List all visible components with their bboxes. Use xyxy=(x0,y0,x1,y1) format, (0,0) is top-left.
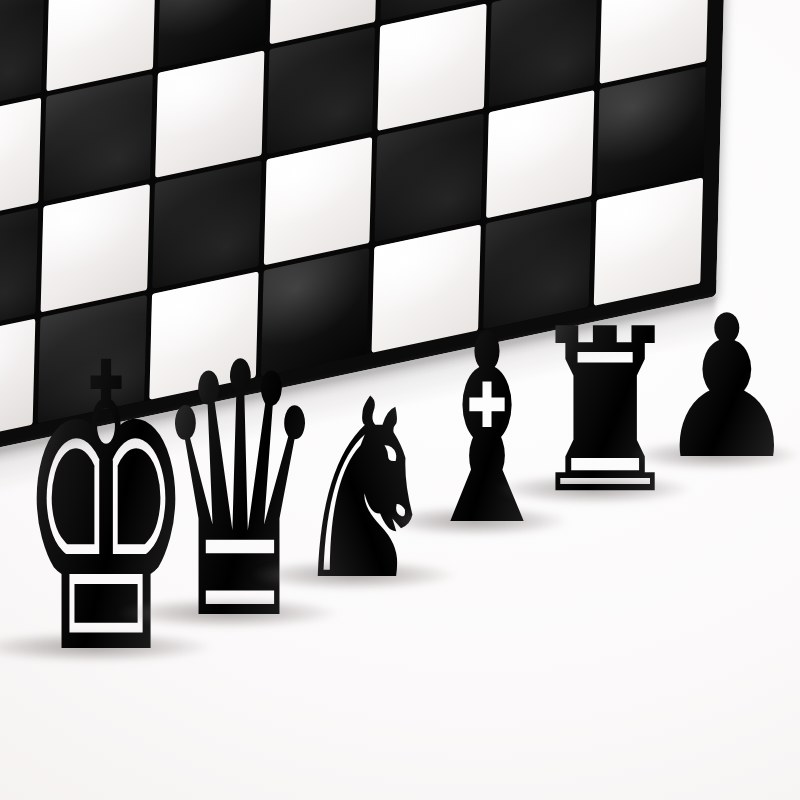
chess-set-photo: ♚♛♞♝♜♟ xyxy=(0,0,800,800)
black-pawn-piece: ♟ xyxy=(656,289,797,486)
pieces-layer: ♚♛♞♝♜♟ xyxy=(0,0,800,800)
